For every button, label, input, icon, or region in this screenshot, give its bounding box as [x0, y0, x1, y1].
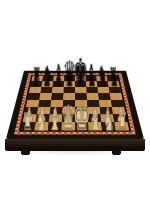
piece-white-knight-b1: ♞	[35, 108, 47, 134]
piece-white-bishop-c1: ♝	[48, 106, 61, 135]
square-b1: ♞	[34, 122, 48, 130]
square-f1: ♝	[88, 122, 102, 130]
mosaic-border: ♜♞♝♛♚♝♞♜♟♟♟♟♟♟♟♟♟♟♟♟♟♟♟♟♜♞♝♛♚♝♞♜	[14, 73, 136, 134]
latch-right-icon	[112, 148, 121, 155]
board-squares: ♜♞♝♛♚♝♞♜♟♟♟♟♟♟♟♟♟♟♟♟♟♟♟♟♜♞♝♛♚♝♞♜	[21, 76, 129, 131]
latch-left-icon	[21, 148, 30, 155]
piece-white-bishop-f1: ♝	[89, 106, 102, 135]
chess-board: ♜♞♝♛♚♝♞♜♟♟♟♟♟♟♟♟♟♟♟♟♟♟♟♟♜♞♝♛♚♝♞♜	[6, 71, 144, 139]
product-photo-chess-set: ♜♞♝♛♚♝♞♜♟♟♟♟♟♟♟♟♟♟♟♟♟♟♟♟♜♞♝♛♚♝♞♜	[0, 0, 150, 200]
piece-white-rook-h1: ♜	[117, 110, 128, 134]
piece-white-rook-a1: ♜	[22, 110, 33, 134]
square-g1: ♞	[101, 122, 115, 130]
square-e1: ♚	[75, 122, 89, 130]
board-inner-frame: ♜♞♝♛♚♝♞♜♟♟♟♟♟♟♟♟♟♟♟♟♟♟♟♟♜♞♝♛♚♝♞♜	[19, 75, 132, 132]
square-h1: ♜	[114, 122, 129, 130]
piece-white-knight-g1: ♞	[103, 108, 115, 134]
